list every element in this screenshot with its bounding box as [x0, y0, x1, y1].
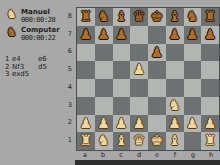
square-h1[interactable]: ♜ — [201, 132, 219, 150]
black-pawn[interactable]: ♟ — [148, 44, 166, 62]
square-a8[interactable]: ♜ — [77, 8, 95, 26]
square-f5[interactable] — [166, 61, 184, 79]
square-d5[interactable]: ♟ — [130, 61, 148, 79]
square-e8[interactable]: ♚ — [148, 8, 166, 26]
black-pawn[interactable]: ♟ — [95, 26, 113, 44]
square-b3[interactable] — [95, 97, 113, 115]
square-e4[interactable] — [148, 79, 166, 97]
square-d4[interactable] — [130, 79, 148, 97]
file-label-b: b — [94, 150, 112, 160]
square-e5[interactable] — [148, 61, 166, 79]
square-a5[interactable] — [77, 61, 95, 79]
square-b5[interactable] — [95, 61, 113, 79]
white-player-name: Manuel — [21, 8, 55, 16]
square-c4[interactable] — [113, 79, 131, 97]
player-black: ♞ Computer 000:00:22 — [6, 26, 60, 42]
square-a3[interactable] — [77, 97, 95, 115]
square-e6[interactable]: ♟ — [148, 44, 166, 62]
black-pawn[interactable]: ♟ — [184, 26, 202, 44]
square-f1[interactable]: ♝ — [166, 132, 184, 150]
square-f3[interactable]: ♞ — [166, 97, 184, 115]
white-bishop[interactable]: ♝ — [166, 132, 184, 150]
white-rook[interactable]: ♜ — [77, 132, 95, 150]
square-c7[interactable]: ♟ — [113, 26, 131, 44]
black-knight-icon: ♞ — [6, 26, 18, 38]
rank-label-5: 5 — [63, 60, 74, 78]
square-a7[interactable]: ♟ — [77, 26, 95, 44]
rank-label-8: 8 — [63, 7, 74, 25]
file-label-d: d — [130, 150, 148, 160]
black-king[interactable]: ♚ — [148, 8, 166, 26]
rank-label-3: 3 — [63, 96, 74, 114]
square-c2[interactable]: ♟ — [113, 115, 131, 133]
square-g2[interactable]: ♟ — [184, 115, 202, 133]
black-pawn[interactable]: ♟ — [166, 26, 184, 44]
move-list: 1 e4 e6 2 Nf3 d5 3 exd5 — [5, 56, 67, 79]
square-h7[interactable]: ♟ — [201, 26, 219, 44]
black-knight[interactable]: ♞ — [95, 8, 113, 26]
white-king[interactable]: ♚ — [148, 132, 166, 150]
square-g7[interactable]: ♟ — [184, 26, 202, 44]
square-d8[interactable]: ♛ — [130, 8, 148, 26]
square-h3[interactable] — [201, 97, 219, 115]
square-d1[interactable]: ♛ — [130, 132, 148, 150]
square-b8[interactable]: ♞ — [95, 8, 113, 26]
white-bishop[interactable]: ♝ — [113, 132, 131, 150]
white-pawn[interactable]: ♟ — [184, 115, 202, 133]
white-pawn[interactable]: ♟ — [166, 115, 184, 133]
white-pawn[interactable]: ♟ — [130, 115, 148, 133]
square-b6[interactable] — [95, 44, 113, 62]
square-c6[interactable] — [113, 44, 131, 62]
square-c5[interactable] — [113, 61, 131, 79]
black-rook[interactable]: ♜ — [77, 8, 95, 26]
square-d7[interactable] — [130, 26, 148, 44]
move-row-3: 3 exd5 — [5, 71, 67, 79]
black-pawn[interactable]: ♟ — [77, 26, 95, 44]
square-g1[interactable] — [184, 132, 202, 150]
square-g5[interactable] — [184, 61, 202, 79]
square-h8[interactable]: ♜ — [201, 8, 219, 26]
square-e3[interactable] — [148, 97, 166, 115]
square-g3[interactable] — [184, 97, 202, 115]
file-label-g: g — [184, 150, 202, 160]
white-pawn[interactable]: ♟ — [201, 115, 219, 133]
file-label-e: e — [148, 150, 166, 160]
black-rook[interactable]: ♜ — [201, 8, 219, 26]
square-c8[interactable]: ♝ — [113, 8, 131, 26]
rank-label-6: 6 — [63, 43, 74, 61]
black-pawn[interactable]: ♟ — [201, 26, 219, 44]
square-b4[interactable] — [95, 79, 113, 97]
white-knight-icon: ♞ — [6, 8, 18, 20]
chess-board: ♜♞♝♛♚♝♞♜♟♟♟♟♟♟♟♟♞♟♟♟♟♟♟♟♜♞♝♛♚♝♜ — [76, 7, 220, 151]
square-f4[interactable] — [166, 79, 184, 97]
square-a1[interactable]: ♜ — [77, 132, 95, 150]
black-bishop[interactable]: ♝ — [113, 8, 131, 26]
black-player-name: Computer — [21, 26, 60, 34]
chess-app-window: ♞ Manuel 000:00:28 ♞ Computer 000:00:22 … — [0, 0, 220, 165]
square-a4[interactable] — [77, 79, 95, 97]
board-bottom-band — [75, 160, 220, 165]
square-h5[interactable] — [201, 61, 219, 79]
square-g8[interactable]: ♞ — [184, 8, 202, 26]
white-pawn[interactable]: ♟ — [77, 115, 95, 133]
square-f2[interactable]: ♟ — [166, 115, 184, 133]
square-c3[interactable] — [113, 97, 131, 115]
square-f8[interactable]: ♝ — [166, 8, 184, 26]
white-pawn[interactable]: ♟ — [95, 115, 113, 133]
white-player-clock: 000:00:28 — [21, 16, 55, 24]
file-label-f: f — [166, 150, 184, 160]
file-labels: abcdefgh — [76, 150, 220, 160]
white-pawn[interactable]: ♟ — [130, 61, 148, 79]
square-b7[interactable]: ♟ — [95, 26, 113, 44]
square-g6[interactable] — [184, 44, 202, 62]
move-number: 3 — [5, 71, 12, 79]
black-queen[interactable]: ♛ — [130, 8, 148, 26]
square-g4[interactable] — [184, 79, 202, 97]
square-d3[interactable] — [130, 97, 148, 115]
black-pawn[interactable]: ♟ — [113, 26, 131, 44]
player-white: ♞ Manuel 000:00:28 — [6, 8, 55, 24]
file-label-h: h — [202, 150, 220, 160]
white-knight[interactable]: ♞ — [166, 97, 184, 115]
square-d6[interactable] — [130, 44, 148, 62]
white-queen[interactable]: ♛ — [130, 132, 148, 150]
rank-label-2: 2 — [63, 114, 74, 132]
rank-label-1: 1 — [63, 131, 74, 149]
square-e7[interactable] — [148, 26, 166, 44]
square-h4[interactable] — [201, 79, 219, 97]
black-knight[interactable]: ♞ — [184, 8, 202, 26]
file-label-c: c — [112, 150, 130, 160]
square-a2[interactable]: ♟ — [77, 115, 95, 133]
square-b1[interactable]: ♞ — [95, 132, 113, 150]
file-label-a: a — [76, 150, 94, 160]
black-bishop[interactable]: ♝ — [166, 8, 184, 26]
square-e2[interactable] — [148, 115, 166, 133]
square-e1[interactable]: ♚ — [148, 132, 166, 150]
rank-labels: 87654321 — [63, 7, 74, 149]
square-h2[interactable]: ♟ — [201, 115, 219, 133]
square-h6[interactable] — [201, 44, 219, 62]
white-pawn[interactable]: ♟ — [113, 115, 131, 133]
white-move: exd5 — [12, 71, 38, 79]
rank-label-4: 4 — [63, 78, 74, 96]
square-b2[interactable]: ♟ — [95, 115, 113, 133]
rank-label-7: 7 — [63, 25, 74, 43]
square-f6[interactable] — [166, 44, 184, 62]
white-knight[interactable]: ♞ — [95, 132, 113, 150]
square-c1[interactable]: ♝ — [113, 132, 131, 150]
square-d2[interactable]: ♟ — [130, 115, 148, 133]
square-f7[interactable]: ♟ — [166, 26, 184, 44]
white-rook[interactable]: ♜ — [201, 132, 219, 150]
black-player-clock: 000:00:22 — [21, 34, 60, 42]
square-a6[interactable] — [77, 44, 95, 62]
